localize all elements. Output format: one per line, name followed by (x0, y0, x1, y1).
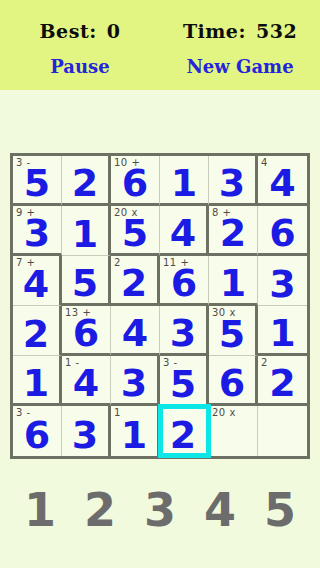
cell-r2c5[interactable]: 8 +2 (209, 206, 258, 256)
cell-r2c3[interactable]: 20 x5 (111, 206, 160, 256)
cell-value: 5 (72, 264, 98, 302)
cell-value: 4 (23, 265, 49, 303)
cell-r1c4[interactable]: 1 (160, 156, 209, 206)
best-value: 0 (107, 20, 121, 42)
cell-r6c1[interactable]: 3 -6 (13, 406, 62, 456)
cell-r4c2[interactable]: 13 +6 (62, 306, 111, 356)
cell-r2c1[interactable]: 9 +3 (13, 206, 62, 256)
number-button-1[interactable]: 1 (24, 487, 56, 533)
cell-r3c3[interactable]: 22 (111, 256, 160, 306)
cell-r2c4[interactable]: 4 (160, 206, 209, 256)
cell-r3c5[interactable]: 1 (209, 256, 258, 306)
cage-label: 20 x (114, 207, 138, 218)
cell-value: 2 (121, 264, 147, 302)
cell-value: 4 (170, 214, 196, 252)
cell-value: 2 (220, 214, 246, 252)
cell-value: 6 (24, 416, 50, 454)
header: Best:0 Time:532 Pause New Game (0, 0, 320, 90)
cell-r5c1[interactable]: 1 (13, 356, 62, 406)
new-game-button[interactable]: New Game (160, 56, 320, 77)
cell-r4c4[interactable]: 3 (160, 306, 209, 356)
cell-value: 2 (72, 164, 98, 202)
cell-r1c5[interactable]: 3 (209, 156, 258, 206)
cell-value: 3 (72, 416, 98, 454)
cell-value: 3 (121, 364, 147, 402)
cage-label: 4 (261, 157, 268, 168)
cell-r6c2[interactable]: 3 (62, 406, 111, 456)
cage-label: 1 (114, 407, 121, 418)
cell-value: 1 (121, 416, 147, 454)
cell-r4c5[interactable]: 30 x5 (209, 306, 258, 356)
cage-label: 10 + (114, 157, 140, 168)
cell-r2c6[interactable]: 6 (258, 206, 307, 256)
time-label: Time: (183, 20, 246, 42)
cage-label: 11 + (163, 257, 189, 268)
cage-label: 2 (114, 257, 121, 268)
cell-value: 5 (170, 365, 196, 403)
cell-value: 6 (73, 314, 99, 352)
cell-r3c1[interactable]: 7 +4 (13, 256, 62, 306)
cell-value: 1 (23, 364, 49, 402)
number-button-5[interactable]: 5 (264, 487, 296, 533)
cell-value: 2 (23, 315, 49, 353)
cell-r5c4[interactable]: 3 -5 (160, 356, 209, 406)
status-row: Best:0 Time:532 (0, 0, 320, 42)
timer: Time:532 (160, 20, 320, 42)
cage-label: 1 - (65, 357, 80, 368)
cell-value: 3 (24, 214, 50, 252)
cell-value: 5 (24, 164, 50, 202)
best-label: Best: (40, 20, 97, 42)
cage-label: 20 x (212, 407, 236, 418)
cage-label: 3 - (16, 157, 31, 168)
cage-label: 3 - (163, 357, 178, 368)
time-value: 532 (256, 20, 297, 42)
cage-label: 9 + (16, 207, 35, 218)
cell-r5c3[interactable]: 3 (111, 356, 160, 406)
cell-value: 6 (122, 164, 148, 202)
button-row: Pause New Game (0, 42, 320, 77)
cage-label: 2 (261, 357, 268, 368)
cage-label: 7 + (16, 257, 35, 268)
cell-value: 6 (171, 264, 197, 302)
cell-r5c2[interactable]: 1 -4 (62, 356, 111, 406)
cell-r2c2[interactable]: 1 (62, 206, 111, 256)
cage-label: 3 - (16, 407, 31, 418)
cell-value: 1 (220, 264, 246, 302)
cell-value: 4 (122, 314, 148, 352)
cell-r6c5[interactable]: 20 x (209, 406, 258, 456)
cell-value: 6 (269, 214, 295, 252)
number-button-2[interactable]: 2 (84, 487, 116, 533)
cage-label: 13 + (65, 307, 91, 318)
number-pad: 12345 (0, 487, 320, 533)
cell-r5c6[interactable]: 22 (258, 356, 307, 406)
cell-r3c2[interactable]: 5 (62, 256, 111, 306)
cell-value: 6 (219, 364, 245, 402)
cell-value: 3 (269, 265, 295, 303)
cell-r3c4[interactable]: 11 +6 (160, 256, 209, 306)
cell-value: 3 (170, 314, 196, 352)
cell-value: 4 (269, 164, 295, 202)
cell-r1c2[interactable]: 2 (62, 156, 111, 206)
number-button-4[interactable]: 4 (204, 487, 236, 533)
kenken-board: 3 -5210 +613449 +3120 x548 +267 +452211 … (10, 153, 310, 459)
cell-r4c1[interactable]: 2 (13, 306, 62, 356)
pause-button[interactable]: Pause (0, 56, 160, 77)
cell-r4c6[interactable]: 1 (258, 306, 307, 356)
cell-r6c4[interactable]: 2 (160, 406, 209, 456)
cell-r1c3[interactable]: 10 +6 (111, 156, 160, 206)
cell-r3c6[interactable]: 3 (258, 256, 307, 306)
cell-r5c5[interactable]: 6 (209, 356, 258, 406)
cell-r1c6[interactable]: 44 (258, 156, 307, 206)
cell-value: 5 (219, 315, 245, 353)
cell-value: 2 (170, 416, 196, 454)
cell-value: 3 (219, 164, 245, 202)
number-button-3[interactable]: 3 (144, 487, 176, 533)
cell-value: 1 (269, 314, 295, 352)
cell-value: 5 (122, 214, 148, 252)
cell-r6c6[interactable] (258, 406, 307, 456)
cell-value: 1 (72, 215, 98, 253)
cell-r6c3[interactable]: 11 (111, 406, 160, 456)
cell-value: 2 (269, 364, 295, 402)
cage-label: 30 x (212, 307, 236, 318)
cell-r1c1[interactable]: 3 -5 (13, 156, 62, 206)
cell-value: 4 (73, 364, 99, 402)
best-score: Best:0 (0, 20, 160, 42)
cage-label: 8 + (212, 207, 231, 218)
cell-r4c3[interactable]: 4 (111, 306, 160, 356)
cell-value: 1 (171, 164, 197, 202)
